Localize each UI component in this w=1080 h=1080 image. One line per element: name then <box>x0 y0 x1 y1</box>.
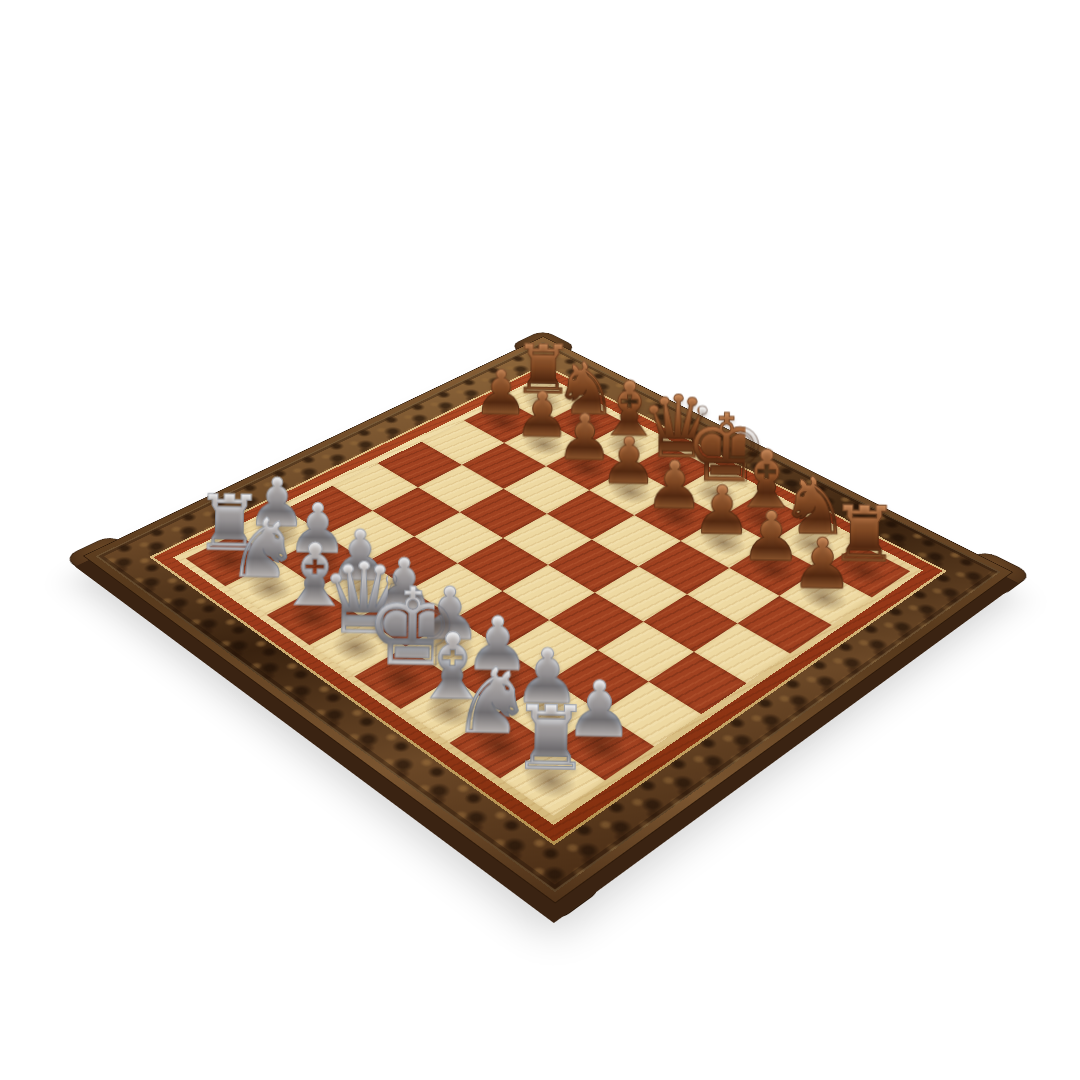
piece-black-pawn[interactable]: ♟ <box>554 405 615 469</box>
piece-black-bishop[interactable]: ♝ <box>595 372 655 448</box>
piece-black-pawn[interactable]: ♟ <box>789 529 856 600</box>
piece-black-queen[interactable]: ♛ <box>638 385 699 472</box>
square-b5[interactable] <box>418 465 504 512</box>
square-b8[interactable]: ♞ <box>545 402 626 445</box>
square-f6[interactable] <box>639 541 730 594</box>
square-c7[interactable]: ♟ <box>546 444 630 490</box>
square-d5[interactable] <box>503 514 592 565</box>
piece-black-pawn[interactable]: ♟ <box>512 383 572 446</box>
piece-black-pawn[interactable]: ♟ <box>598 428 660 494</box>
square-b7[interactable]: ♟ <box>504 422 587 466</box>
square-d7[interactable]: ♟ <box>589 468 675 516</box>
playing-field: ♜♞♝♛♚♝♞♜♟♟♟♟♟♟♟♟♟♟♟♟♟♟♟♟♜♞♝♛♚♝♞♜ <box>186 381 910 816</box>
square-c5[interactable] <box>460 489 547 538</box>
square-c8[interactable]: ♝ <box>587 423 670 467</box>
piece-black-king[interactable]: ♚ <box>683 401 745 495</box>
square-b6[interactable] <box>462 443 546 489</box>
square-e6[interactable] <box>592 515 681 566</box>
square-a8[interactable]: ♜ <box>505 381 585 422</box>
field-inner-frame: ♜♞♝♛♚♝♞♜♟♟♟♟♟♟♟♟♟♟♟♟♟♟♟♟♜♞♝♛♚♝♞♜ <box>173 375 922 825</box>
square-a5[interactable] <box>378 442 462 488</box>
piece-black-rook[interactable]: ♜ <box>512 335 570 403</box>
piece-black-pawn[interactable]: ♟ <box>472 362 531 424</box>
carved-walnut-border: ♜♞♝♛♚♝♞♜♟♟♟♟♟♟♟♟♟♟♟♟♟♟♟♟♜♞♝♛♚♝♞♜ <box>96 342 1001 892</box>
piece-white-rook[interactable]: ♜ <box>510 694 586 783</box>
board-foot-far <box>509 330 578 364</box>
square-a6[interactable] <box>422 421 505 465</box>
board-perspective-wrap: ♜♞♝♛♚♝♞♜♟♟♟♟♟♟♟♟♟♟♟♟♟♟♟♟♜♞♝♛♚♝♞♜ <box>213 229 882 898</box>
piece-black-pawn[interactable]: ♟ <box>643 452 706 519</box>
piece-black-knight[interactable]: ♞ <box>553 352 612 425</box>
chess-set-photo: ♜♞♝♛♚♝♞♜♟♟♟♟♟♟♟♟♟♟♟♟♟♟♟♟♜♞♝♛♚♝♞♜ <box>0 0 1080 1080</box>
square-h1[interactable]: ♜ <box>500 745 605 816</box>
field-outer-frame: ♜♞♝♛♚♝♞♜♟♟♟♟♟♟♟♟♟♟♟♟♟♟♟♟♜♞♝♛♚♝♞♜ <box>153 366 942 842</box>
molding-trim: ♜♞♝♛♚♝♞♜♟♟♟♟♟♟♟♟♟♟♟♟♟♟♟♟♜♞♝♛♚♝♞♜ <box>149 364 946 845</box>
square-g5[interactable] <box>643 594 737 652</box>
square-a7[interactable]: ♟ <box>464 400 545 443</box>
square-c6[interactable] <box>504 466 590 513</box>
square-d8[interactable]: ♛ <box>630 446 714 492</box>
square-e7[interactable]: ♟ <box>634 492 721 541</box>
square-d6[interactable] <box>547 490 634 539</box>
